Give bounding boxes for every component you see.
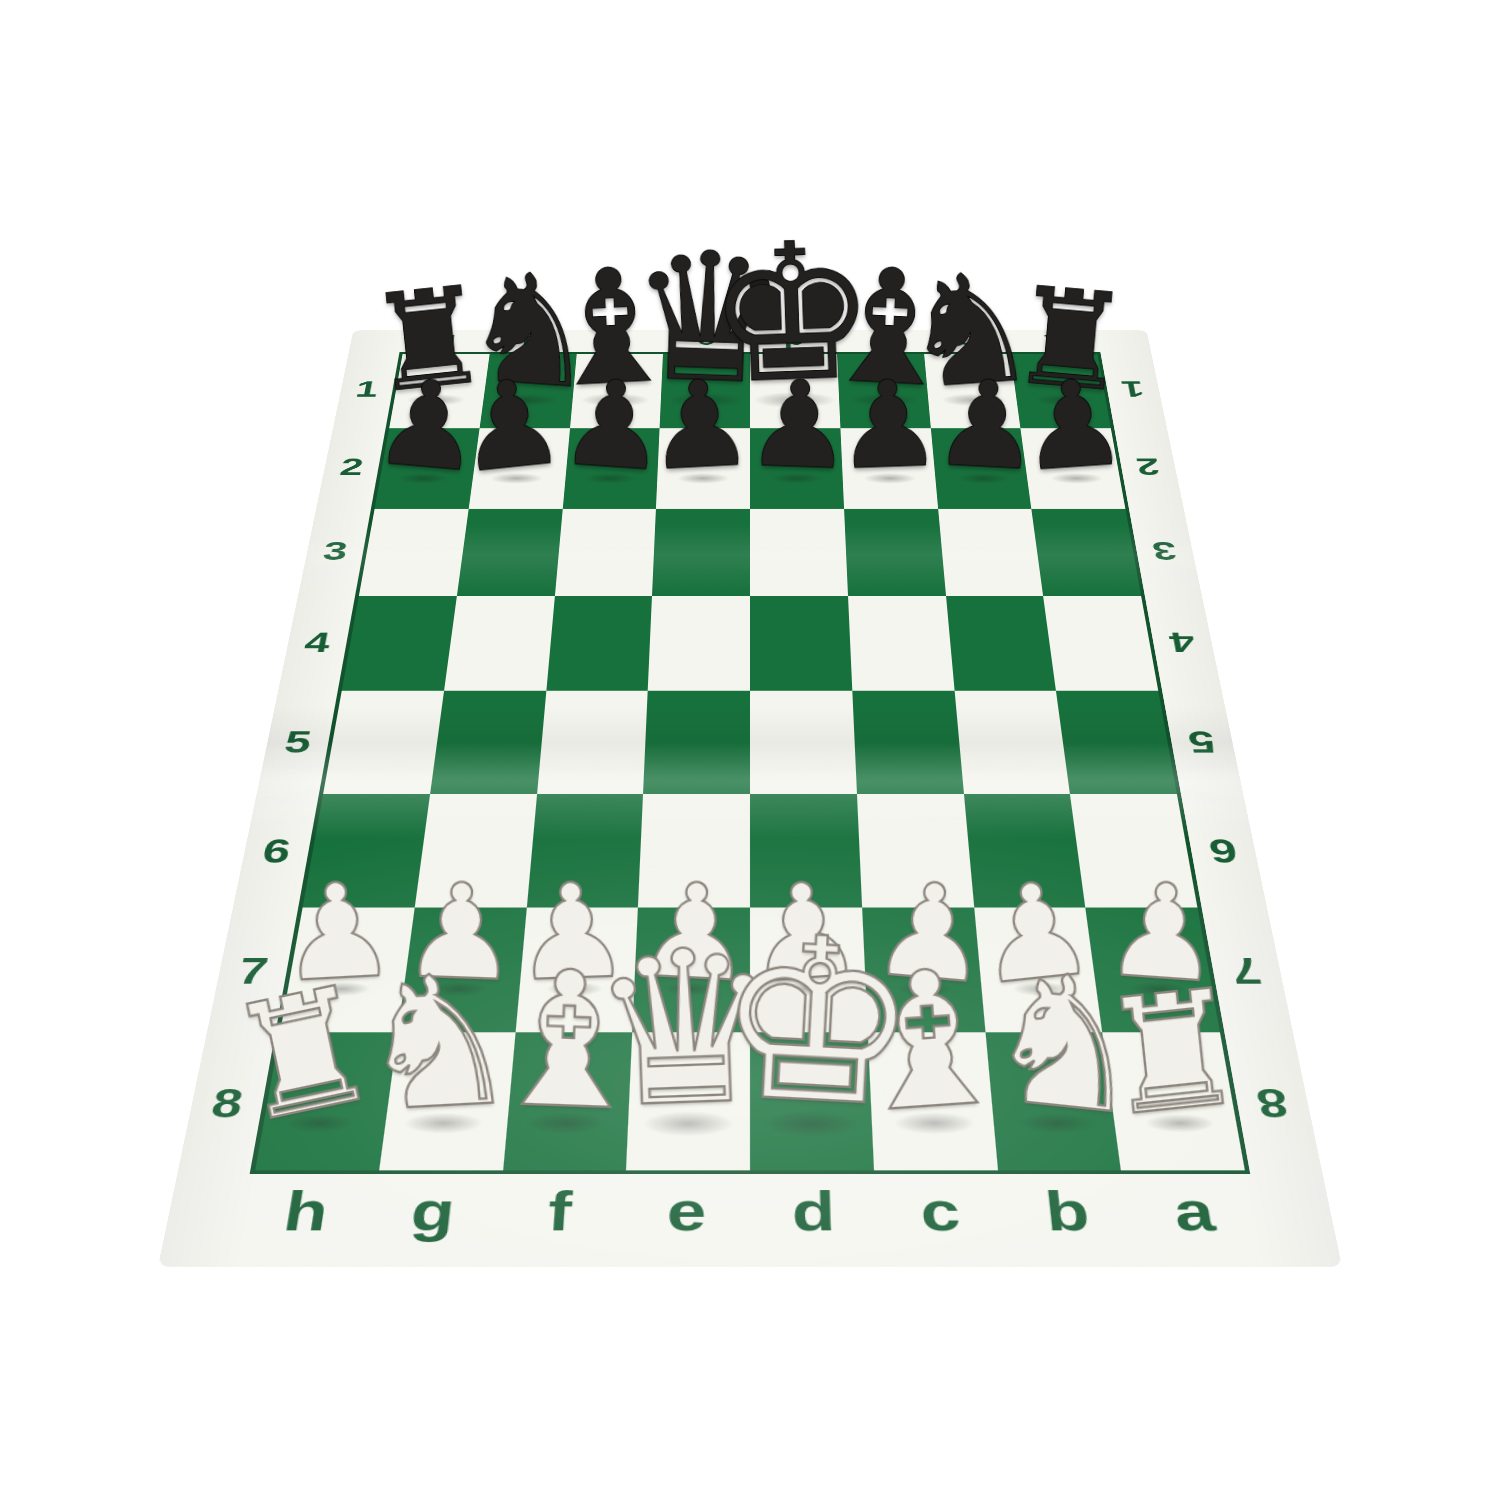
rank-label-right-8: 8 (1254, 1082, 1292, 1123)
file-label-top-h: h (433, 332, 456, 350)
file-label-bottom-f: f (546, 1183, 573, 1239)
square-b4[interactable] (946, 596, 1057, 691)
square-c1[interactable] (837, 354, 931, 428)
square-h7[interactable] (280, 908, 414, 1033)
square-h6[interactable] (303, 794, 430, 907)
square-g6[interactable] (414, 794, 536, 907)
square-f7[interactable] (515, 908, 638, 1033)
vinyl-chess-mat: 12345678 12345678 hgfedcba hgfedcba ♜♞♝♛… (158, 330, 1342, 1267)
file-label-top-a: a (1044, 332, 1066, 350)
square-b7[interactable] (974, 908, 1103, 1033)
rank-label-left-1: 1 (354, 378, 380, 400)
file-labels-top: hgfedcba (400, 330, 1101, 352)
file-label-top-g: g (521, 332, 544, 350)
file-label-bottom-g: g (408, 1183, 458, 1239)
square-f4[interactable] (546, 596, 652, 691)
square-a5[interactable] (1056, 691, 1177, 794)
square-d4[interactable] (750, 596, 852, 691)
rank-label-right-1: 1 (1120, 378, 1146, 400)
square-d2[interactable] (750, 428, 844, 508)
square-b2[interactable] (930, 428, 1031, 508)
square-b5[interactable] (954, 691, 1070, 794)
square-c2[interactable] (840, 428, 937, 508)
file-label-bottom-b: b (1042, 1183, 1092, 1239)
file-labels-bottom: hgfedcba (233, 1174, 1268, 1267)
square-h4[interactable] (342, 596, 457, 691)
square-h1[interactable] (389, 354, 489, 428)
square-e6[interactable] (638, 794, 750, 907)
rank-label-left-3: 3 (321, 538, 350, 564)
file-label-bottom-a: a (1170, 1183, 1218, 1239)
file-label-bottom-e: e (666, 1183, 707, 1239)
square-d7[interactable] (750, 908, 867, 1033)
rank-label-left-2: 2 (338, 455, 366, 479)
square-a4[interactable] (1043, 596, 1158, 691)
square-g2[interactable] (468, 428, 569, 508)
square-g8[interactable] (379, 1032, 515, 1170)
square-c4[interactable] (848, 596, 954, 691)
file-label-bottom-h: h (280, 1183, 332, 1239)
rank-label-left-4: 4 (302, 628, 332, 656)
square-a3[interactable] (1032, 509, 1142, 596)
square-a2[interactable] (1021, 428, 1126, 508)
square-b3[interactable] (938, 509, 1044, 596)
rank-label-right-2: 2 (1134, 455, 1162, 479)
square-e3[interactable] (652, 509, 750, 596)
square-d6[interactable] (750, 794, 862, 907)
file-label-bottom-c: c (919, 1183, 962, 1239)
rank-label-left-5: 5 (282, 726, 314, 757)
file-label-top-d: d (783, 332, 804, 350)
square-e1[interactable] (660, 354, 750, 428)
file-label-top-c: c (871, 332, 891, 350)
square-e7[interactable] (633, 908, 750, 1033)
square-h3[interactable] (359, 509, 469, 596)
square-d1[interactable] (750, 354, 840, 428)
square-g3[interactable] (457, 509, 563, 596)
file-label-top-f: f (613, 332, 625, 350)
square-c7[interactable] (862, 908, 985, 1033)
file-label-top-e: e (697, 332, 716, 350)
file-label-bottom-d: d (791, 1183, 836, 1239)
square-c6[interactable] (857, 794, 974, 907)
square-e4[interactable] (648, 596, 750, 691)
square-a7[interactable] (1086, 908, 1220, 1033)
rank-label-left-6: 6 (260, 834, 294, 867)
square-f2[interactable] (562, 428, 659, 508)
square-g4[interactable] (444, 596, 555, 691)
square-c5[interactable] (852, 691, 963, 794)
square-e5[interactable] (643, 691, 750, 794)
square-f3[interactable] (554, 509, 656, 596)
square-a8[interactable] (1102, 1032, 1244, 1170)
square-a1[interactable] (1011, 354, 1111, 428)
square-c3[interactable] (844, 509, 946, 596)
chess-board-grid (250, 352, 1251, 1174)
square-b6[interactable] (963, 794, 1085, 907)
square-h2[interactable] (375, 428, 480, 508)
square-f1[interactable] (570, 354, 664, 428)
square-f8[interactable] (503, 1032, 633, 1170)
square-h8[interactable] (255, 1032, 397, 1170)
rank-label-right-5: 5 (1186, 726, 1218, 757)
square-c8[interactable] (867, 1032, 997, 1170)
square-g1[interactable] (479, 354, 576, 428)
file-label-top-b: b (957, 332, 980, 350)
square-e2[interactable] (656, 428, 750, 508)
rank-label-left-7: 7 (235, 952, 271, 989)
square-f6[interactable] (526, 794, 643, 907)
rank-label-right-7: 7 (1229, 952, 1265, 989)
square-f5[interactable] (537, 691, 648, 794)
rank-label-right-4: 4 (1167, 628, 1197, 656)
square-b1[interactable] (924, 354, 1021, 428)
photo-stage: 12345678 12345678 hgfedcba hgfedcba ♜♞♝♛… (0, 0, 1500, 1500)
square-b8[interactable] (985, 1032, 1121, 1170)
square-d8[interactable] (750, 1032, 874, 1170)
square-d3[interactable] (750, 509, 848, 596)
rank-label-right-6: 6 (1207, 834, 1241, 867)
square-h5[interactable] (323, 691, 444, 794)
rank-label-left-8: 8 (208, 1082, 246, 1123)
square-a6[interactable] (1070, 794, 1197, 907)
square-g5[interactable] (430, 691, 546, 794)
square-e8[interactable] (626, 1032, 750, 1170)
square-g7[interactable] (398, 908, 527, 1033)
square-d5[interactable] (750, 691, 857, 794)
rank-label-right-3: 3 (1150, 538, 1179, 564)
